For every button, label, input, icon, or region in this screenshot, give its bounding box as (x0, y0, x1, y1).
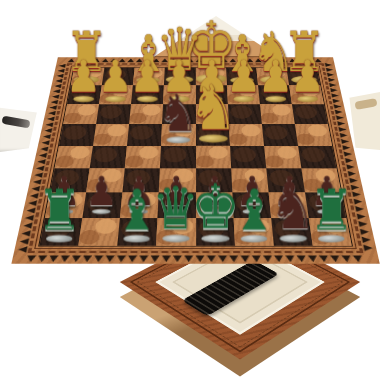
piece-glyph: ♞ (158, 90, 199, 139)
board-assembly: ▲▲▲▲▲▲▲▲▲▲▲▲▲▲▲▲▲▲▲▲▲▲▲▲▲▲▲▲▲▲ ▼▼▼▼▼▼▼▼▼… (11, 57, 379, 264)
photo-frame: ▲▲▲▲▲▲▲▲▲▲▲▲▲▲▲▲▲▲▲▲▲▲▲▲▲▲▲▲▲▲ ▼▼▼▼▼▼▼▼▼… (0, 0, 380, 380)
piece-green-N-d5[interactable]: ♞ (158, 90, 199, 143)
piece-base (241, 235, 267, 242)
square-a1[interactable]: ♜ (39, 218, 82, 246)
piece-red-P-b7[interactable]: ♟ (98, 56, 133, 102)
square-g6[interactable] (260, 104, 295, 124)
square-d4[interactable] (160, 146, 195, 169)
piece-green-N-g1[interactable]: ♞ (269, 181, 316, 242)
sawtooth-border-bottom: ▼▼▼▼▼▼▼▼▼▼▼▼▼▼▼▼▼▼▼▼▼▼▼▼▼▼▼▼▼▼ (11, 253, 379, 263)
square-b7[interactable]: ♟ (99, 85, 133, 104)
square-a5[interactable] (59, 124, 96, 145)
square-a4[interactable] (55, 146, 94, 169)
piece-glyph: ♚ (190, 179, 239, 237)
piece-base (297, 96, 317, 102)
square-c4[interactable] (125, 146, 161, 169)
piece-green-K-e1[interactable]: ♚ (190, 179, 239, 243)
square-e4[interactable] (196, 146, 231, 169)
square-d5[interactable]: ♞ (161, 124, 195, 145)
square-e1[interactable]: ♚ (196, 218, 235, 246)
piece-glyph: ♟ (85, 173, 118, 212)
square-d1[interactable]: ♛ (157, 218, 196, 246)
board-scene: ▲▲▲▲▲▲▲▲▲▲▲▲▲▲▲▲▲▲▲▲▲▲▲▲▲▲▲▲▲▲ ▼▼▼▼▼▼▼▼▼… (0, 0, 380, 380)
piece-glyph: ♜ (37, 184, 82, 237)
piece-base (279, 235, 306, 243)
piece-base (163, 235, 190, 243)
piece-green-P-b2[interactable]: ♟ (85, 173, 118, 215)
square-b4[interactable] (90, 146, 127, 169)
piece-glyph: ♟ (98, 56, 133, 98)
square-g7[interactable]: ♟ (258, 85, 292, 104)
piece-glyph: ♞ (269, 181, 316, 237)
square-h5[interactable] (295, 124, 332, 145)
square-g4[interactable] (264, 146, 301, 169)
square-g1[interactable]: ♞ (271, 218, 313, 246)
square-e5[interactable]: ♞ (195, 124, 229, 145)
square-a6[interactable] (63, 104, 99, 124)
piece-base (265, 96, 285, 102)
square-h7[interactable]: ♟ (289, 85, 324, 104)
piece-base (124, 235, 150, 242)
square-h4[interactable] (298, 146, 337, 169)
piece-base (105, 96, 125, 102)
piece-red-P-g7[interactable]: ♟ (258, 56, 293, 102)
square-a7[interactable]: ♟ (67, 85, 102, 104)
square-b5[interactable] (93, 124, 129, 145)
piece-green-R-a1[interactable]: ♜ (37, 184, 82, 242)
piece-glyph: ♟ (66, 56, 101, 98)
square-g5[interactable] (262, 124, 298, 145)
piece-base (167, 136, 191, 143)
square-b6[interactable] (96, 104, 131, 124)
piece-red-P-h7[interactable]: ♟ (290, 56, 325, 102)
piece-glyph: ♟ (290, 56, 325, 98)
square-h6[interactable] (292, 104, 328, 124)
piece-glyph: ♟ (258, 56, 293, 98)
piece-base (137, 96, 157, 102)
piece-base (201, 234, 229, 242)
chess-grid: ♜♝♛♚♝♞♜♟♟♟♟♟♟♟♟♞♞♟♟♟♟♟♟♟♟♜♝♛♚♝♞♜ (38, 67, 353, 246)
piece-base (319, 235, 345, 242)
square-f4[interactable] (230, 146, 266, 169)
piece-red-P-a7[interactable]: ♟ (66, 56, 101, 102)
piece-base (73, 96, 93, 102)
piece-base (47, 235, 73, 242)
